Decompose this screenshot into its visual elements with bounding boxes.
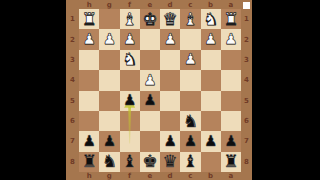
square-h5[interactable] bbox=[79, 91, 99, 111]
piece-black-pawn[interactable]: ♟ bbox=[79, 131, 99, 151]
square-c4[interactable] bbox=[180, 70, 200, 90]
piece-white-pawn[interactable]: ♟ bbox=[140, 70, 160, 90]
side-to-move-indicator bbox=[243, 2, 250, 9]
square-h8[interactable]: ♜ bbox=[79, 152, 99, 172]
piece-black-pawn[interactable]: ♟ bbox=[140, 91, 160, 111]
file-labels-top: hgfedcba bbox=[79, 0, 241, 9]
piece-black-king[interactable]: ♚ bbox=[140, 152, 160, 172]
square-g6[interactable] bbox=[99, 111, 119, 131]
piece-white-king[interactable]: ♚ bbox=[140, 9, 160, 29]
rank-label-2: 2 bbox=[241, 29, 252, 49]
square-e4[interactable]: ♟ bbox=[140, 70, 160, 90]
square-a5[interactable] bbox=[221, 91, 241, 111]
square-f1[interactable]: ♝ bbox=[120, 9, 140, 29]
file-label-f: f bbox=[120, 172, 140, 180]
square-f6[interactable] bbox=[120, 111, 140, 131]
square-e8[interactable]: ♚ bbox=[140, 152, 160, 172]
chess-board: hgfedcba hgfedcba 12345678 12345678 ♜♝♚♛… bbox=[66, 0, 252, 180]
square-d4[interactable] bbox=[160, 70, 180, 90]
piece-black-pawn[interactable]: ♟ bbox=[201, 131, 221, 151]
video-frame: hgfedcba hgfedcba 12345678 12345678 ♜♝♚♛… bbox=[0, 0, 320, 180]
square-d5[interactable] bbox=[160, 91, 180, 111]
piece-black-rook[interactable]: ♜ bbox=[79, 152, 99, 172]
rank-label-6: 6 bbox=[241, 111, 252, 131]
file-label-f: f bbox=[120, 0, 140, 9]
square-h3[interactable] bbox=[79, 50, 99, 70]
square-g8[interactable]: ♞ bbox=[99, 152, 119, 172]
piece-white-knight[interactable]: ♞ bbox=[201, 9, 221, 29]
square-g3[interactable] bbox=[99, 50, 119, 70]
file-labels-bottom: hgfedcba bbox=[79, 172, 241, 180]
piece-white-rook[interactable]: ♜ bbox=[79, 9, 99, 29]
piece-white-rook[interactable]: ♜ bbox=[221, 9, 241, 29]
square-b7[interactable]: ♟ bbox=[201, 131, 221, 151]
square-g7[interactable]: ♟ bbox=[99, 131, 119, 151]
piece-white-pawn[interactable]: ♟ bbox=[79, 29, 99, 49]
rank-label-7: 7 bbox=[66, 131, 79, 151]
square-d3[interactable] bbox=[160, 50, 180, 70]
square-a7[interactable]: ♟ bbox=[221, 131, 241, 151]
file-label-g: g bbox=[99, 172, 119, 180]
rank-label-4: 4 bbox=[66, 70, 79, 90]
piece-black-bishop[interactable]: ♝ bbox=[180, 152, 200, 172]
square-a1[interactable]: ♜ bbox=[221, 9, 241, 29]
file-label-d: d bbox=[160, 0, 180, 9]
rank-label-6: 6 bbox=[66, 111, 79, 131]
square-g5[interactable] bbox=[99, 91, 119, 111]
square-c2[interactable] bbox=[180, 29, 200, 49]
square-a4[interactable] bbox=[221, 70, 241, 90]
square-c7[interactable]: ♟ bbox=[180, 131, 200, 151]
piece-white-pawn[interactable]: ♟ bbox=[180, 50, 200, 70]
square-b3[interactable] bbox=[201, 50, 221, 70]
square-c6[interactable]: ♞ bbox=[180, 111, 200, 131]
square-b5[interactable] bbox=[201, 91, 221, 111]
piece-black-pawn[interactable]: ♟ bbox=[99, 131, 119, 151]
square-h2[interactable]: ♟ bbox=[79, 29, 99, 49]
square-a3[interactable] bbox=[221, 50, 241, 70]
rank-labels-left: 12345678 bbox=[66, 9, 79, 172]
file-label-g: g bbox=[99, 0, 119, 9]
rank-label-2: 2 bbox=[66, 29, 79, 49]
piece-black-pawn[interactable]: ♟ bbox=[180, 131, 200, 151]
piece-black-bishop[interactable]: ♝ bbox=[120, 152, 140, 172]
rank-label-3: 3 bbox=[241, 50, 252, 70]
square-b4[interactable] bbox=[201, 70, 221, 90]
square-d8[interactable]: ♛ bbox=[160, 152, 180, 172]
square-e3[interactable] bbox=[140, 50, 160, 70]
file-label-b: b bbox=[201, 172, 221, 180]
file-label-b: b bbox=[201, 0, 221, 9]
file-label-d: d bbox=[160, 172, 180, 180]
square-g4[interactable] bbox=[99, 70, 119, 90]
square-c3[interactable]: ♟ bbox=[180, 50, 200, 70]
square-a8[interactable]: ♜ bbox=[221, 152, 241, 172]
piece-black-queen[interactable]: ♛ bbox=[160, 152, 180, 172]
square-b6[interactable] bbox=[201, 111, 221, 131]
square-e6[interactable] bbox=[140, 111, 160, 131]
square-h6[interactable] bbox=[79, 111, 99, 131]
rank-label-8: 8 bbox=[66, 152, 79, 172]
piece-white-pawn[interactable]: ♟ bbox=[120, 29, 140, 49]
file-label-c: c bbox=[180, 172, 200, 180]
rank-label-7: 7 bbox=[241, 131, 252, 151]
square-g1[interactable] bbox=[99, 9, 119, 29]
piece-black-pawn[interactable]: ♟ bbox=[160, 131, 180, 151]
square-g2[interactable]: ♟ bbox=[99, 29, 119, 49]
square-f8[interactable]: ♝ bbox=[120, 152, 140, 172]
file-label-e: e bbox=[140, 172, 160, 180]
square-c5[interactable] bbox=[180, 91, 200, 111]
square-h7[interactable]: ♟ bbox=[79, 131, 99, 151]
piece-black-knight[interactable]: ♞ bbox=[180, 111, 200, 131]
square-c8[interactable]: ♝ bbox=[180, 152, 200, 172]
square-d7[interactable]: ♟ bbox=[160, 131, 180, 151]
square-f2[interactable]: ♟ bbox=[120, 29, 140, 49]
rank-label-3: 3 bbox=[66, 50, 79, 70]
piece-white-pawn[interactable]: ♟ bbox=[201, 29, 221, 49]
square-f7[interactable] bbox=[120, 131, 140, 151]
file-label-c: c bbox=[180, 0, 200, 9]
file-label-h: h bbox=[79, 0, 99, 9]
square-d2[interactable]: ♟ bbox=[160, 29, 180, 49]
board-squares: ♜♝♚♛♝♞♜♟♟♟♟♟♟♞♟♟♟♟♞♟♟♟♟♟♟♜♞♝♚♛♝♜ bbox=[79, 9, 241, 172]
piece-black-pawn[interactable]: ♟ bbox=[221, 131, 241, 151]
rank-label-4: 4 bbox=[241, 70, 252, 90]
piece-black-pawn[interactable]: ♟ bbox=[120, 91, 140, 111]
file-label-a: a bbox=[221, 172, 241, 180]
square-b2[interactable]: ♟ bbox=[201, 29, 221, 49]
square-f4[interactable] bbox=[120, 70, 140, 90]
square-a6[interactable] bbox=[221, 111, 241, 131]
square-d1[interactable]: ♛ bbox=[160, 9, 180, 29]
rank-label-8: 8 bbox=[241, 152, 252, 172]
square-c1[interactable]: ♝ bbox=[180, 9, 200, 29]
square-e2[interactable] bbox=[140, 29, 160, 49]
piece-white-knight[interactable]: ♞ bbox=[120, 50, 140, 70]
piece-white-pawn[interactable]: ♟ bbox=[221, 29, 241, 49]
square-a2[interactable]: ♟ bbox=[221, 29, 241, 49]
square-f3[interactable]: ♞ bbox=[120, 50, 140, 70]
square-f5[interactable]: ♟ bbox=[120, 91, 140, 111]
file-label-e: e bbox=[140, 0, 160, 9]
square-e5[interactable]: ♟ bbox=[140, 91, 160, 111]
square-b8[interactable] bbox=[201, 152, 221, 172]
file-label-h: h bbox=[79, 172, 99, 180]
piece-white-bishop[interactable]: ♝ bbox=[180, 9, 200, 29]
piece-white-pawn[interactable]: ♟ bbox=[99, 29, 119, 49]
rank-labels-right: 12345678 bbox=[241, 9, 252, 172]
rank-label-5: 5 bbox=[241, 91, 252, 111]
rank-label-5: 5 bbox=[66, 91, 79, 111]
piece-black-knight[interactable]: ♞ bbox=[99, 152, 119, 172]
square-d6[interactable] bbox=[160, 111, 180, 131]
piece-white-pawn[interactable]: ♟ bbox=[160, 29, 180, 49]
square-e7[interactable] bbox=[140, 131, 160, 151]
file-label-a: a bbox=[221, 0, 241, 9]
piece-white-bishop[interactable]: ♝ bbox=[120, 9, 140, 29]
square-h1[interactable]: ♜ bbox=[79, 9, 99, 29]
piece-black-rook[interactable]: ♜ bbox=[221, 152, 241, 172]
rank-label-1: 1 bbox=[241, 9, 252, 29]
square-b1[interactable]: ♞ bbox=[201, 9, 221, 29]
piece-white-queen[interactable]: ♛ bbox=[160, 9, 180, 29]
square-e1[interactable]: ♚ bbox=[140, 9, 160, 29]
square-h4[interactable] bbox=[79, 70, 99, 90]
rank-label-1: 1 bbox=[66, 9, 79, 29]
